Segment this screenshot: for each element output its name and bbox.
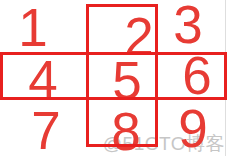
digit-5: 5 [112, 54, 141, 107]
number-grid: 1 2 3 4 5 6 7 8 9 [0, 0, 228, 156]
cell-r1c3: 3 [158, 0, 228, 52]
digit-1: 1 [18, 1, 47, 54]
digit-4: 4 [28, 53, 57, 106]
cell-r3c1: 7 [0, 100, 86, 156]
digit-3: 3 [173, 0, 202, 51]
digit-7: 7 [31, 104, 60, 157]
screenshot: @51CTO博客 1 2 3 4 5 6 7 8 9 [0, 0, 228, 156]
digit-9: 9 [178, 102, 207, 155]
cell-r2c3: 6 [158, 52, 228, 100]
cell-r1c1: 1 [0, 0, 86, 52]
cell-r3c2: 8 [86, 100, 158, 156]
digit-8: 8 [111, 105, 140, 157]
digit-6: 6 [182, 49, 211, 102]
cell-r3c3: 9 [158, 100, 228, 156]
cell-r2c1: 4 [0, 52, 86, 100]
cell-r1c2: 2 [86, 0, 158, 52]
